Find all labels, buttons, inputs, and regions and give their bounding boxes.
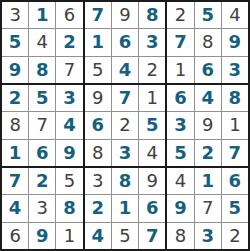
cell-r9c9[interactable]: 2 [222,223,248,249]
cell-r7c1[interactable]: 7 [2,168,28,194]
cell-r9c8[interactable]: 3 [195,223,221,249]
cell-digit: 1 [36,6,49,24]
cell-r6c7[interactable]: 5 [167,140,193,166]
cell-r9c7[interactable]: 8 [167,223,193,249]
cell-digit: 9 [36,227,49,245]
cell-digit: 4 [229,6,240,24]
cell-digit: 4 [63,116,76,134]
cell-r8c5[interactable]: 1 [112,195,138,221]
cell-digit: 6 [64,6,75,24]
cell-digit: 8 [175,227,186,245]
cell-digit: 9 [92,89,103,107]
sudoku-box-1-2: 798163542 [85,2,166,83]
cell-r8c1[interactable]: 4 [2,195,28,221]
cell-r5c2[interactable]: 7 [29,112,55,138]
cell-digit: 2 [36,172,49,190]
cell-digit: 9 [146,172,157,190]
cell-digit: 2 [201,144,214,162]
cell-r1c6[interactable]: 8 [139,2,165,28]
cell-digit: 5 [36,89,49,107]
sudoku-box-3-2: 389216457 [85,168,166,249]
cell-r8c3[interactable]: 8 [56,195,82,221]
cell-r1c4[interactable]: 7 [85,2,111,28]
cell-digit: 6 [36,144,49,162]
cell-digit: 6 [9,227,20,245]
cell-r9c3[interactable]: 1 [56,223,82,249]
cell-digit: 4 [146,144,157,162]
cell-r9c2[interactable]: 9 [29,223,55,249]
cell-r3c5[interactable]: 4 [112,57,138,83]
cell-digit: 3 [201,227,214,245]
cell-r4c8[interactable]: 4 [195,85,221,111]
cell-digit: 6 [146,199,159,217]
cell-digit: 6 [119,33,132,51]
cell-r7c6[interactable]: 9 [139,168,165,194]
cell-r7c5[interactable]: 8 [112,168,138,194]
cell-digit: 4 [175,172,186,190]
cell-digit: 5 [229,199,242,217]
cell-r3c9[interactable]: 3 [222,57,248,83]
cell-digit: 4 [119,61,132,79]
cell-r6c3[interactable]: 9 [56,140,82,166]
cell-digit: 7 [146,227,159,245]
cell-r9c5[interactable]: 5 [112,223,138,249]
cell-digit: 4 [9,199,22,217]
cell-r4c4[interactable]: 9 [85,85,111,111]
cell-r6c2[interactable]: 6 [29,140,55,166]
cell-digit: 8 [9,116,20,134]
cell-digit: 3 [9,6,20,24]
cell-digit: 7 [119,89,132,107]
cell-r3c2[interactable]: 8 [29,57,55,83]
cell-digit: 5 [64,172,75,190]
cell-digit: 7 [92,6,105,24]
cell-digit: 7 [229,144,242,162]
cell-r5c3[interactable]: 4 [56,112,82,138]
cell-r3c4[interactable]: 5 [85,57,111,83]
cell-digit: 5 [92,61,103,79]
sudoku-box-2-3: 648391527 [167,85,248,166]
cell-r9c1[interactable]: 6 [2,223,28,249]
cell-digit: 7 [9,172,22,190]
cell-digit: 9 [229,33,242,51]
cell-digit: 4 [201,89,214,107]
cell-r2c6[interactable]: 3 [139,29,165,55]
cell-r4c9[interactable]: 8 [222,85,248,111]
cell-r8c8[interactable]: 7 [195,195,221,221]
cell-r8c4[interactable]: 2 [85,195,111,221]
cell-digit: 8 [229,89,242,107]
cell-r2c9[interactable]: 9 [222,29,248,55]
cell-r7c7[interactable]: 4 [167,168,193,194]
sudoku-box-2-2: 971625834 [85,85,166,166]
cell-r3c1[interactable]: 9 [2,57,28,83]
cell-r4c2[interactable]: 5 [29,85,55,111]
cell-digit: 9 [63,144,76,162]
cell-digit: 2 [119,116,130,134]
sudoku-box-2-1: 253874169 [2,85,83,166]
cell-r5c4[interactable]: 6 [85,112,111,138]
cell-r7c9[interactable]: 6 [222,168,248,194]
cell-r8c7[interactable]: 9 [167,195,193,221]
sudoku-box-1-1: 316542987 [2,2,83,83]
cell-r8c9[interactable]: 5 [222,195,248,221]
cell-digit: 5 [9,33,22,51]
cell-r1c1[interactable]: 3 [2,2,28,28]
cell-r8c2[interactable]: 3 [29,195,55,221]
cell-r2c4[interactable]: 1 [85,29,111,55]
cell-r6c6[interactable]: 4 [139,140,165,166]
cell-digit: 3 [174,116,187,134]
sudoku-box-1-3: 254789163 [167,2,248,83]
cell-digit: 9 [202,116,213,134]
cell-r9c6[interactable]: 7 [139,223,165,249]
cell-digit: 1 [175,61,186,79]
cell-digit: 2 [92,199,105,217]
cell-digit: 8 [92,144,103,162]
cell-r6c9[interactable]: 7 [222,140,248,166]
cell-r2c5[interactable]: 6 [112,29,138,55]
cell-r6c1[interactable]: 1 [2,140,28,166]
cell-r1c7[interactable]: 2 [167,2,193,28]
cell-r8c6[interactable]: 6 [139,195,165,221]
cell-digit: 5 [201,6,214,24]
cell-digit: 6 [229,172,242,190]
cell-digit: 3 [119,144,132,162]
sudoku-box-3-3: 416975832 [167,168,248,249]
cell-r2c2[interactable]: 4 [29,29,55,55]
cell-digit: 8 [119,172,132,190]
cell-digit: 1 [119,199,132,217]
cell-r4c7[interactable]: 6 [167,85,193,111]
cell-r6c5[interactable]: 3 [112,140,138,166]
cell-r7c8[interactable]: 1 [195,168,221,194]
cell-digit: 4 [37,33,48,51]
cell-r1c8[interactable]: 5 [195,2,221,28]
cell-digit: 3 [37,199,48,217]
cell-r5c5[interactable]: 2 [112,112,138,138]
cell-r4c6[interactable]: 1 [139,85,165,111]
cell-r9c4[interactable]: 4 [85,223,111,249]
cell-r3c6[interactable]: 2 [139,57,165,83]
cell-r6c4[interactable]: 8 [85,140,111,166]
cell-r6c8[interactable]: 2 [195,140,221,166]
cell-r2c1[interactable]: 5 [2,29,28,55]
cell-digit: 7 [174,33,187,51]
cell-r7c3[interactable]: 5 [56,168,82,194]
cell-digit: 8 [202,33,213,51]
cell-digit: 2 [9,89,22,107]
cell-r1c5[interactable]: 9 [112,2,138,28]
cell-r1c2[interactable]: 1 [29,2,55,28]
cell-r2c3[interactable]: 2 [56,29,82,55]
cell-digit: 7 [202,199,213,217]
cell-digit: 6 [174,89,187,107]
cell-digit: 3 [146,33,159,51]
cell-digit: 2 [229,227,240,245]
cell-digit: 9 [119,6,130,24]
sudoku-board: 3165429877981635422547891632538741699716… [0,0,250,251]
cell-digit: 2 [175,6,186,24]
cell-digit: 8 [36,61,49,79]
cell-digit: 9 [9,61,22,79]
cell-digit: 3 [63,89,76,107]
cell-digit: 1 [64,227,75,245]
cell-digit: 6 [92,116,105,134]
cell-digit: 2 [63,33,76,51]
cell-r5c9[interactable]: 1 [222,112,248,138]
cell-digit: 9 [174,199,187,217]
cell-digit: 3 [92,172,103,190]
cell-digit: 2 [146,61,157,79]
cell-r4c5[interactable]: 7 [112,85,138,111]
cell-r1c9[interactable]: 4 [222,2,248,28]
cell-r3c7[interactable]: 1 [167,57,193,83]
cell-digit: 5 [119,227,130,245]
cell-digit: 1 [146,89,157,107]
cell-digit: 1 [92,33,105,51]
cell-digit: 1 [229,116,240,134]
cell-r7c2[interactable]: 2 [29,168,55,194]
cell-r3c3[interactable]: 7 [56,57,82,83]
cell-digit: 5 [174,144,187,162]
cell-digit: 1 [9,144,22,162]
cell-r5c1[interactable]: 8 [2,112,28,138]
cell-r4c3[interactable]: 3 [56,85,82,111]
cell-r5c8[interactable]: 9 [195,112,221,138]
cell-digit: 3 [229,61,242,79]
cell-r5c7[interactable]: 3 [167,112,193,138]
sudoku-box-3-1: 725438691 [2,168,83,249]
cell-digit: 8 [63,199,76,217]
cell-r2c7[interactable]: 7 [167,29,193,55]
cell-r1c3[interactable]: 6 [56,2,82,28]
cell-digit: 6 [201,61,214,79]
cell-r7c4[interactable]: 3 [85,168,111,194]
cell-digit: 8 [146,6,159,24]
cell-digit: 7 [37,116,48,134]
cell-digit: 5 [146,116,159,134]
cell-r2c8[interactable]: 8 [195,29,221,55]
cell-r4c1[interactable]: 2 [2,85,28,111]
cell-digit: 1 [201,172,214,190]
cell-r5c6[interactable]: 5 [139,112,165,138]
cell-r3c8[interactable]: 6 [195,57,221,83]
cell-digit: 4 [92,227,105,245]
cell-digit: 7 [64,61,75,79]
